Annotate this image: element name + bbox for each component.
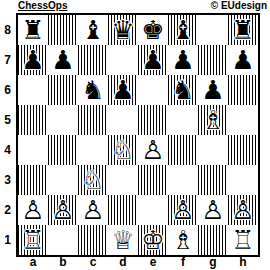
rank-labels: 87654321 [0, 15, 15, 255]
square-a3[interactable] [18, 165, 48, 195]
square-e2[interactable] [138, 195, 168, 225]
app-title: ChessOps [18, 0, 67, 11]
square-g2[interactable]: ♙ [198, 195, 228, 225]
piece-white-pawn: ♙ [138, 135, 168, 165]
square-h3[interactable] [228, 165, 258, 195]
file-label-b: b [48, 256, 78, 269]
piece-black-pawn: ♟ [108, 75, 138, 105]
square-g1[interactable] [198, 225, 228, 255]
square-f4[interactable] [168, 135, 198, 165]
file-label-e: e [138, 256, 168, 269]
piece-black-pawn: ♟ [18, 45, 48, 75]
piece-black-pawn: ♟ [168, 45, 198, 75]
piece-black-pawn: ♟ [138, 45, 168, 75]
piece-white-bishop: ♗ [198, 105, 228, 135]
square-g8[interactable] [198, 15, 228, 45]
file-label-g: g [198, 256, 228, 269]
square-d3[interactable] [108, 165, 138, 195]
rank-label-7: 7 [0, 45, 15, 75]
square-e1[interactable]: ♔ [138, 225, 168, 255]
square-h8[interactable]: ♜ [228, 15, 258, 45]
square-f8[interactable]: ♝ [168, 15, 198, 45]
square-b5[interactable] [48, 105, 78, 135]
chessops-window: ChessOps © EUdesign 87654321 ♜♝♛♚♝♜♟♟♟♟♟… [0, 0, 270, 270]
rank-label-3: 3 [0, 165, 15, 195]
piece-white-knight: ♘ [108, 135, 138, 165]
copyright-label: © EUdesign [211, 0, 267, 11]
piece-white-pawn: ♙ [78, 195, 108, 225]
square-b6[interactable] [48, 75, 78, 105]
file-labels: abcdefgh [18, 256, 258, 269]
square-h2[interactable]: ♙ [228, 195, 258, 225]
square-g7[interactable] [198, 45, 228, 75]
piece-black-pawn: ♟ [48, 45, 78, 75]
square-c8[interactable]: ♝ [78, 15, 108, 45]
square-c2[interactable]: ♙ [78, 195, 108, 225]
square-d8[interactable]: ♛ [108, 15, 138, 45]
square-h5[interactable] [228, 105, 258, 135]
square-b3[interactable] [48, 165, 78, 195]
square-e8[interactable]: ♚ [138, 15, 168, 45]
piece-white-pawn: ♙ [48, 195, 78, 225]
square-d6[interactable]: ♟ [108, 75, 138, 105]
square-g6[interactable]: ♟ [198, 75, 228, 105]
piece-black-pawn: ♟ [228, 45, 258, 75]
square-e3[interactable] [138, 165, 168, 195]
chess-board: ♜♝♛♚♝♜♟♟♟♟♟♞♟♞♟♗♘♙♘♙♙♙♙♙♙♖♕♔♗♖ [18, 15, 258, 255]
piece-black-king: ♚ [138, 15, 168, 45]
square-c4[interactable] [78, 135, 108, 165]
square-a6[interactable] [18, 75, 48, 105]
file-label-c: c [78, 256, 108, 269]
file-label-f: f [168, 256, 198, 269]
piece-black-pawn: ♟ [198, 75, 228, 105]
piece-white-king: ♔ [138, 225, 168, 255]
square-e5[interactable] [138, 105, 168, 135]
piece-black-rook: ♜ [228, 15, 258, 45]
square-b8[interactable] [48, 15, 78, 45]
square-a1[interactable]: ♖ [18, 225, 48, 255]
square-c3[interactable]: ♘ [78, 165, 108, 195]
square-d7[interactable] [108, 45, 138, 75]
square-h1[interactable]: ♖ [228, 225, 258, 255]
square-c6[interactable]: ♞ [78, 75, 108, 105]
piece-white-queen: ♕ [108, 225, 138, 255]
square-a4[interactable] [18, 135, 48, 165]
square-a8[interactable]: ♜ [18, 15, 48, 45]
square-g5[interactable]: ♗ [198, 105, 228, 135]
square-a7[interactable]: ♟ [18, 45, 48, 75]
square-e4[interactable]: ♙ [138, 135, 168, 165]
piece-white-rook: ♖ [18, 225, 48, 255]
piece-white-knight: ♘ [78, 165, 108, 195]
square-h6[interactable] [228, 75, 258, 105]
square-b1[interactable] [48, 225, 78, 255]
piece-black-bishop: ♝ [78, 15, 108, 45]
piece-black-queen: ♛ [108, 15, 138, 45]
rank-label-1: 1 [0, 225, 15, 255]
piece-white-rook: ♖ [228, 225, 258, 255]
square-e7[interactable]: ♟ [138, 45, 168, 75]
piece-white-pawn: ♙ [168, 195, 198, 225]
square-h4[interactable] [228, 135, 258, 165]
piece-black-bishop: ♝ [168, 15, 198, 45]
square-g3[interactable] [198, 165, 228, 195]
piece-black-rook: ♜ [18, 15, 48, 45]
rank-label-5: 5 [0, 105, 15, 135]
square-f3[interactable] [168, 165, 198, 195]
square-d5[interactable] [108, 105, 138, 135]
rank-label-6: 6 [0, 75, 15, 105]
square-a5[interactable] [18, 105, 48, 135]
square-f5[interactable] [168, 105, 198, 135]
file-label-d: d [108, 256, 138, 269]
square-f7[interactable]: ♟ [168, 45, 198, 75]
rank-label-4: 4 [0, 135, 15, 165]
square-e6[interactable] [138, 75, 168, 105]
square-f6[interactable]: ♞ [168, 75, 198, 105]
square-d2[interactable] [108, 195, 138, 225]
square-b4[interactable] [48, 135, 78, 165]
file-label-a: a [18, 256, 48, 269]
piece-white-pawn: ♙ [228, 195, 258, 225]
piece-white-bishop: ♗ [168, 225, 198, 255]
board-frame: ♜♝♛♚♝♜♟♟♟♟♟♞♟♞♟♗♘♙♘♙♙♙♙♙♙♖♕♔♗♖ [16, 13, 260, 257]
square-c5[interactable] [78, 105, 108, 135]
square-d1[interactable]: ♕ [108, 225, 138, 255]
piece-white-pawn: ♙ [18, 195, 48, 225]
square-h7[interactable]: ♟ [228, 45, 258, 75]
square-f1[interactable]: ♗ [168, 225, 198, 255]
piece-black-knight: ♞ [168, 75, 198, 105]
file-label-h: h [228, 256, 258, 269]
square-b2[interactable]: ♙ [48, 195, 78, 225]
piece-black-knight: ♞ [78, 75, 108, 105]
square-b7[interactable]: ♟ [48, 45, 78, 75]
square-c7[interactable] [78, 45, 108, 75]
square-f2[interactable]: ♙ [168, 195, 198, 225]
piece-white-pawn: ♙ [198, 195, 228, 225]
square-d4[interactable]: ♘ [108, 135, 138, 165]
rank-label-8: 8 [0, 15, 15, 45]
square-g4[interactable] [198, 135, 228, 165]
square-c1[interactable] [78, 225, 108, 255]
rank-label-2: 2 [0, 195, 15, 225]
square-a2[interactable]: ♙ [18, 195, 48, 225]
